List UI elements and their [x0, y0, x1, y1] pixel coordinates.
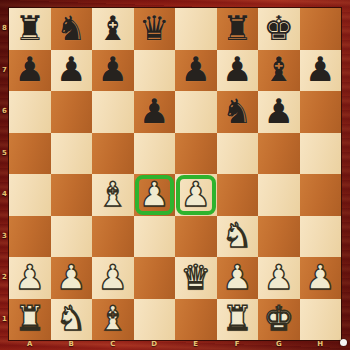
white-pawn-g2[interactable]: ♟ [264, 260, 294, 294]
square-b2[interactable]: ♟ [51, 257, 93, 299]
square-e8[interactable] [175, 8, 217, 50]
square-e3[interactable] [175, 216, 217, 258]
square-e2[interactable]: ♛ [175, 257, 217, 299]
square-a1[interactable]: ♜ [9, 299, 51, 341]
black-pawn-g6[interactable]: ♟ [264, 94, 294, 128]
rank-label-1: 1 [0, 299, 9, 341]
square-c1[interactable]: ♝ [92, 299, 134, 341]
white-to-move-indicator-dot [340, 339, 347, 346]
black-knight-b8[interactable]: ♞ [56, 11, 86, 45]
square-a5[interactable] [9, 133, 51, 175]
black-queen-d8[interactable]: ♛ [139, 11, 169, 45]
square-h1[interactable] [300, 299, 342, 341]
square-h2[interactable]: ♟ [300, 257, 342, 299]
square-h5[interactable] [300, 133, 342, 175]
square-d7[interactable] [134, 50, 176, 92]
file-label-h: H [300, 339, 342, 350]
black-rook-a8[interactable]: ♜ [15, 11, 45, 45]
file-label-d: D [134, 339, 176, 350]
square-d8[interactable]: ♛ [134, 8, 176, 50]
rank-label-8: 8 [0, 8, 9, 50]
square-f2[interactable]: ♟ [217, 257, 259, 299]
square-f8[interactable]: ♜ [217, 8, 259, 50]
white-queen-e2[interactable]: ♛ [181, 260, 211, 294]
white-pawn-c2[interactable]: ♟ [98, 260, 128, 294]
white-pawn-h2[interactable]: ♟ [305, 260, 335, 294]
square-c8[interactable]: ♝ [92, 8, 134, 50]
square-b8[interactable]: ♞ [51, 8, 93, 50]
square-h6[interactable] [300, 91, 342, 133]
black-pawn-e7[interactable]: ♟ [181, 52, 211, 86]
white-pawn-e4[interactable]: ♟ [181, 177, 211, 211]
white-pawn-a2[interactable]: ♟ [15, 260, 45, 294]
white-knight-b1[interactable]: ♞ [56, 301, 86, 335]
black-pawn-c7[interactable]: ♟ [98, 52, 128, 86]
square-d4[interactable]: ♟ [134, 174, 176, 216]
square-g6[interactable]: ♟ [258, 91, 300, 133]
black-pawn-b7[interactable]: ♟ [56, 52, 86, 86]
square-h8[interactable] [300, 8, 342, 50]
square-f6[interactable]: ♞ [217, 91, 259, 133]
rank-label-2: 2 [0, 257, 9, 299]
square-g5[interactable] [258, 133, 300, 175]
white-pawn-f2[interactable]: ♟ [222, 260, 252, 294]
file-label-b: B [51, 339, 93, 350]
square-b5[interactable] [51, 133, 93, 175]
square-c2[interactable]: ♟ [92, 257, 134, 299]
black-bishop-g7[interactable]: ♝ [264, 52, 294, 86]
black-rook-f8[interactable]: ♜ [222, 11, 252, 45]
square-a7[interactable]: ♟ [9, 50, 51, 92]
square-d2[interactable] [134, 257, 176, 299]
white-bishop-c4[interactable]: ♝ [98, 177, 128, 211]
square-d1[interactable] [134, 299, 176, 341]
black-knight-f6[interactable]: ♞ [222, 94, 252, 128]
white-king-g1[interactable]: ♚ [264, 301, 294, 335]
square-b3[interactable] [51, 216, 93, 258]
square-g2[interactable]: ♟ [258, 257, 300, 299]
black-pawn-d6[interactable]: ♟ [139, 94, 169, 128]
file-label-f: F [217, 339, 259, 350]
square-e6[interactable] [175, 91, 217, 133]
square-f4[interactable] [217, 174, 259, 216]
square-e1[interactable] [175, 299, 217, 341]
square-b4[interactable] [51, 174, 93, 216]
square-c3[interactable] [92, 216, 134, 258]
square-b1[interactable]: ♞ [51, 299, 93, 341]
square-g8[interactable]: ♚ [258, 8, 300, 50]
square-c6[interactable] [92, 91, 134, 133]
square-f7[interactable]: ♟ [217, 50, 259, 92]
square-b6[interactable] [51, 91, 93, 133]
square-c7[interactable]: ♟ [92, 50, 134, 92]
file-label-a: A [9, 339, 51, 350]
black-pawn-f7[interactable]: ♟ [222, 52, 252, 86]
rank-label-5: 5 [0, 133, 9, 175]
file-label-e: E [175, 339, 217, 350]
square-c5[interactable] [92, 133, 134, 175]
black-pawn-a7[interactable]: ♟ [15, 52, 45, 86]
rank-label-4: 4 [0, 174, 9, 216]
square-a8[interactable]: ♜ [9, 8, 51, 50]
white-rook-a1[interactable]: ♜ [15, 301, 45, 335]
square-f5[interactable] [217, 133, 259, 175]
square-g1[interactable]: ♚ [258, 299, 300, 341]
square-c4[interactable]: ♝ [92, 174, 134, 216]
square-h7[interactable]: ♟ [300, 50, 342, 92]
white-rook-f1[interactable]: ♜ [222, 301, 252, 335]
square-a3[interactable] [9, 216, 51, 258]
rank-label-3: 3 [0, 216, 9, 258]
square-d3[interactable] [134, 216, 176, 258]
square-a4[interactable] [9, 174, 51, 216]
square-g3[interactable] [258, 216, 300, 258]
square-d6[interactable]: ♟ [134, 91, 176, 133]
square-e5[interactable] [175, 133, 217, 175]
black-pawn-h7[interactable]: ♟ [305, 52, 335, 86]
square-a2[interactable]: ♟ [9, 257, 51, 299]
chess-board: ♜♞♝♛♜♚♟♟♟♟♟♝♟♟♞♟♝♟♟♞♟♟♟♛♟♟♟♜♞♝♜♚ [9, 8, 341, 340]
black-king-g8[interactable]: ♚ [264, 11, 294, 45]
square-d5[interactable] [134, 133, 176, 175]
square-f1[interactable]: ♜ [217, 299, 259, 341]
white-pawn-d4[interactable]: ♟ [139, 177, 169, 211]
square-h4[interactable] [300, 174, 342, 216]
square-f3[interactable]: ♞ [217, 216, 259, 258]
white-pawn-b2[interactable]: ♟ [56, 260, 86, 294]
board-frame: ♜♞♝♛♜♚♟♟♟♟♟♝♟♟♞♟♝♟♟♞♟♟♟♛♟♟♟♜♞♝♜♚ 8765432… [0, 0, 350, 350]
square-e7[interactable]: ♟ [175, 50, 217, 92]
black-bishop-c8[interactable]: ♝ [98, 11, 128, 45]
rank-label-7: 7 [0, 50, 9, 92]
square-g4[interactable] [258, 174, 300, 216]
square-h3[interactable] [300, 216, 342, 258]
file-label-g: G [258, 339, 300, 350]
square-g7[interactable]: ♝ [258, 50, 300, 92]
rank-label-6: 6 [0, 91, 9, 133]
square-a6[interactable] [9, 91, 51, 133]
file-label-c: C [92, 339, 134, 350]
white-knight-f3[interactable]: ♞ [222, 218, 252, 252]
white-bishop-c1[interactable]: ♝ [98, 301, 128, 335]
square-e4[interactable]: ♟ [175, 174, 217, 216]
square-b7[interactable]: ♟ [51, 50, 93, 92]
